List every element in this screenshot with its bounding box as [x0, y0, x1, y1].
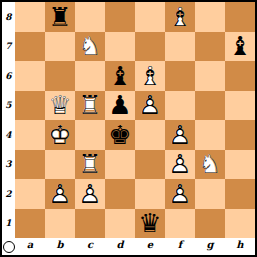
square-c7[interactable]: ♞♘	[75, 32, 105, 62]
square-a5[interactable]	[15, 91, 45, 121]
white-piece-outline: ♗	[136, 62, 164, 90]
square-a7[interactable]	[15, 32, 45, 62]
square-g3[interactable]: ♞♘	[195, 150, 225, 180]
white-piece-outline: ♙	[166, 121, 194, 149]
square-d5[interactable]: ♟	[105, 91, 135, 121]
square-d1[interactable]	[105, 209, 135, 239]
square-d8[interactable]	[105, 2, 135, 32]
white-piece-outline: ♙	[136, 91, 164, 119]
piece-black-bishop: ♝	[106, 62, 134, 90]
square-e1[interactable]: ♛	[135, 209, 165, 239]
white-piece-outline: ♘	[76, 32, 104, 60]
file-label-a: a	[15, 238, 45, 255]
white-piece-outline: ♙	[46, 180, 74, 208]
piece-black-pawn: ♟	[106, 91, 134, 119]
square-d4[interactable]: ♚	[105, 120, 135, 150]
square-b4[interactable]: ♚♔	[45, 120, 75, 150]
square-h8[interactable]	[225, 2, 255, 32]
square-h7[interactable]: ♝	[225, 32, 255, 62]
square-e2[interactable]	[135, 179, 165, 209]
square-h4[interactable]	[225, 120, 255, 150]
square-a2[interactable]	[15, 179, 45, 209]
square-b2[interactable]: ♟♙	[45, 179, 75, 209]
piece-white-king: ♚♔	[46, 121, 74, 149]
black-piece-fill: ♜	[46, 3, 74, 31]
rank-label-5: 5	[2, 91, 15, 121]
piece-black-king: ♚	[106, 121, 134, 149]
square-c2[interactable]: ♟♙	[75, 179, 105, 209]
white-piece-outline: ♙	[166, 180, 194, 208]
square-f6[interactable]	[165, 61, 195, 91]
square-h2[interactable]	[225, 179, 255, 209]
square-h5[interactable]	[225, 91, 255, 121]
square-b7[interactable]	[45, 32, 75, 62]
square-g6[interactable]	[195, 61, 225, 91]
square-g8[interactable]	[195, 2, 225, 32]
piece-black-bishop: ♝	[226, 32, 254, 60]
square-f8[interactable]: ♝♗	[165, 2, 195, 32]
rank-label-4: 4	[2, 120, 15, 150]
square-f3[interactable]: ♟♙	[165, 150, 195, 180]
square-g4[interactable]	[195, 120, 225, 150]
black-piece-fill: ♝	[106, 62, 134, 90]
file-label-d: d	[105, 238, 135, 255]
square-d3[interactable]	[105, 150, 135, 180]
piece-white-pawn: ♟♙	[76, 180, 104, 208]
square-e8[interactable]	[135, 2, 165, 32]
file-label-e: e	[135, 238, 165, 255]
white-piece-outline: ♗	[166, 3, 194, 31]
white-piece-outline: ♖	[76, 91, 104, 119]
square-f2[interactable]: ♟♙	[165, 179, 195, 209]
square-b1[interactable]	[45, 209, 75, 239]
square-d6[interactable]: ♝	[105, 61, 135, 91]
piece-white-bishop: ♝♗	[136, 62, 164, 90]
square-g5[interactable]	[195, 91, 225, 121]
white-piece-outline: ♔	[46, 121, 74, 149]
square-e7[interactable]	[135, 32, 165, 62]
file-label-c: c	[75, 238, 105, 255]
square-c5[interactable]: ♜♖	[75, 91, 105, 121]
piece-black-rook: ♜	[46, 3, 74, 31]
square-h3[interactable]	[225, 150, 255, 180]
piece-white-bishop: ♝♗	[166, 3, 194, 31]
square-b3[interactable]	[45, 150, 75, 180]
square-b6[interactable]	[45, 61, 75, 91]
rank-label-8: 8	[2, 2, 15, 32]
square-c6[interactable]	[75, 61, 105, 91]
piece-white-knight: ♞♘	[196, 150, 224, 178]
file-label-h: h	[225, 238, 255, 255]
square-b8[interactable]: ♜	[45, 2, 75, 32]
square-h1[interactable]	[225, 209, 255, 239]
piece-white-pawn: ♟♙	[136, 91, 164, 119]
rank-label-7: 7	[2, 32, 15, 62]
white-piece-outline: ♙	[166, 150, 194, 178]
square-g7[interactable]	[195, 32, 225, 62]
square-c8[interactable]	[75, 2, 105, 32]
square-c4[interactable]	[75, 120, 105, 150]
black-piece-fill: ♛	[136, 209, 164, 237]
square-a6[interactable]	[15, 61, 45, 91]
chess-diagram: 8♜♝♗7♞♘♝6♝♝♗5♛♕♜♖♟♟♙4♚♔♚♟♙3♜♖♟♙♞♘2♟♙♟♙♟♙…	[0, 0, 257, 257]
black-piece-fill: ♟	[106, 91, 134, 119]
piece-white-knight: ♞♘	[76, 32, 104, 60]
square-g1[interactable]	[195, 209, 225, 239]
piece-white-rook: ♜♖	[76, 91, 104, 119]
white-to-move-indicator-circle	[3, 241, 15, 253]
piece-white-pawn: ♟♙	[46, 180, 74, 208]
square-a4[interactable]	[15, 120, 45, 150]
piece-white-pawn: ♟♙	[166, 121, 194, 149]
square-c1[interactable]	[75, 209, 105, 239]
white-piece-outline: ♙	[76, 180, 104, 208]
square-g2[interactable]	[195, 179, 225, 209]
file-label-f: f	[165, 238, 195, 255]
white-piece-outline: ♘	[196, 150, 224, 178]
black-piece-fill: ♚	[106, 121, 134, 149]
rank-label-6: 6	[2, 61, 15, 91]
white-piece-outline: ♖	[76, 150, 104, 178]
square-e6[interactable]: ♝♗	[135, 61, 165, 91]
square-a1[interactable]	[15, 209, 45, 239]
black-piece-fill: ♝	[226, 32, 254, 60]
piece-white-rook: ♜♖	[76, 150, 104, 178]
square-f7[interactable]	[165, 32, 195, 62]
square-e3[interactable]	[135, 150, 165, 180]
rank-label-2: 2	[2, 179, 15, 209]
piece-black-queen: ♛	[136, 209, 164, 237]
square-b5[interactable]: ♛♕	[45, 91, 75, 121]
piece-white-pawn: ♟♙	[166, 180, 194, 208]
rank-label-3: 3	[2, 150, 15, 180]
white-piece-outline: ♕	[46, 91, 74, 119]
square-e5[interactable]: ♟♙	[135, 91, 165, 121]
square-d2[interactable]	[105, 179, 135, 209]
square-f1[interactable]	[165, 209, 195, 239]
square-a3[interactable]	[15, 150, 45, 180]
file-label-g: g	[195, 238, 225, 255]
file-label-b: b	[45, 238, 75, 255]
square-a8[interactable]	[15, 2, 45, 32]
square-f5[interactable]	[165, 91, 195, 121]
square-f4[interactable]: ♟♙	[165, 120, 195, 150]
piece-white-queen: ♛♕	[46, 91, 74, 119]
piece-white-pawn: ♟♙	[166, 150, 194, 178]
rank-label-1: 1	[2, 209, 15, 239]
square-e4[interactable]	[135, 120, 165, 150]
square-d7[interactable]	[105, 32, 135, 62]
square-c3[interactable]: ♜♖	[75, 150, 105, 180]
square-h6[interactable]	[225, 61, 255, 91]
